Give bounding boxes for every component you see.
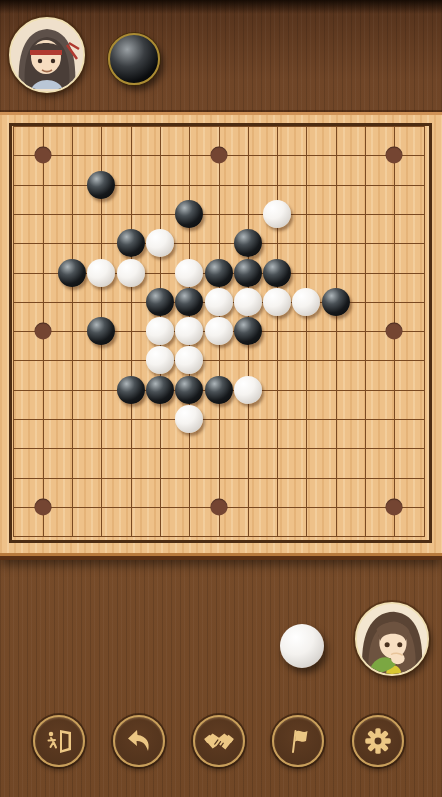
star-point bbox=[386, 323, 403, 340]
black-stone bbox=[205, 259, 233, 287]
black-stone bbox=[87, 317, 115, 345]
white-stone bbox=[146, 229, 174, 257]
star-point bbox=[386, 147, 403, 164]
black-stone bbox=[175, 376, 203, 404]
grid-line bbox=[336, 126, 337, 537]
game-screen bbox=[0, 0, 442, 797]
black-stone bbox=[175, 200, 203, 228]
grid-line bbox=[13, 448, 424, 449]
black-stone bbox=[87, 171, 115, 199]
exit-button[interactable] bbox=[33, 715, 85, 767]
grid-line bbox=[306, 126, 307, 537]
white-stone bbox=[175, 346, 203, 374]
star-point bbox=[210, 498, 227, 515]
undo-arrow-icon bbox=[123, 725, 155, 757]
gomoku-board[interactable] bbox=[0, 112, 442, 556]
white-turn-indicator-stone bbox=[280, 624, 324, 668]
white-stone bbox=[146, 346, 174, 374]
black-stone bbox=[205, 376, 233, 404]
grid-line bbox=[13, 419, 424, 420]
black-stone bbox=[58, 259, 86, 287]
black-stone bbox=[117, 376, 145, 404]
white-stone bbox=[175, 317, 203, 345]
black-stone bbox=[234, 259, 262, 287]
grid-line bbox=[13, 536, 424, 537]
black-stone bbox=[146, 376, 174, 404]
black-stone bbox=[322, 288, 350, 316]
black-stone bbox=[117, 229, 145, 257]
draw-offer-button[interactable] bbox=[193, 715, 245, 767]
exit-door-icon bbox=[43, 725, 75, 757]
star-point bbox=[34, 147, 51, 164]
white-stone bbox=[234, 376, 262, 404]
white-stone bbox=[205, 288, 233, 316]
grid-line bbox=[424, 126, 425, 537]
white-stone bbox=[146, 317, 174, 345]
white-stone bbox=[292, 288, 320, 316]
white-stone bbox=[263, 200, 291, 228]
top-player-avatar bbox=[9, 17, 85, 93]
top-avatar-art bbox=[11, 19, 83, 91]
star-point bbox=[386, 498, 403, 515]
flag-icon bbox=[282, 725, 314, 757]
handshake-icon bbox=[202, 724, 236, 758]
star-point bbox=[34, 498, 51, 515]
undo-button[interactable] bbox=[113, 715, 165, 767]
grid-line bbox=[13, 360, 424, 361]
white-stone bbox=[117, 259, 145, 287]
star-point bbox=[34, 323, 51, 340]
white-stone bbox=[175, 405, 203, 433]
black-stone bbox=[146, 288, 174, 316]
black-stone bbox=[234, 317, 262, 345]
grid-line bbox=[365, 126, 366, 537]
star-point bbox=[210, 147, 227, 164]
top-shade bbox=[0, 0, 442, 14]
bottom-toolbar bbox=[0, 715, 442, 771]
bottom-player-avatar bbox=[355, 602, 429, 676]
white-stone bbox=[205, 317, 233, 345]
gear-icon bbox=[361, 724, 395, 758]
bottom-avatar-art bbox=[357, 604, 427, 674]
black-turn-indicator-stone bbox=[108, 33, 160, 85]
black-stone bbox=[234, 229, 262, 257]
white-stone bbox=[263, 288, 291, 316]
white-stone bbox=[175, 259, 203, 287]
resign-button[interactable] bbox=[272, 715, 324, 767]
grid-line bbox=[277, 126, 278, 537]
white-stone bbox=[234, 288, 262, 316]
grid-line bbox=[13, 478, 424, 479]
black-stone bbox=[263, 259, 291, 287]
settings-button[interactable] bbox=[352, 715, 404, 767]
white-stone bbox=[87, 259, 115, 287]
black-stone bbox=[175, 288, 203, 316]
